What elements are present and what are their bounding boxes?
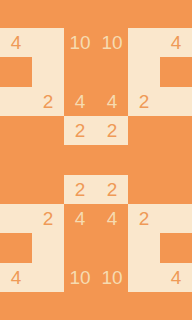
cell-r4-c0[interactable] <box>0 145 32 174</box>
cell-number: 4 <box>75 209 86 228</box>
cell-r5-c5[interactable] <box>160 175 192 204</box>
cell-r8-c4[interactable] <box>128 263 160 292</box>
cell-r6-c1[interactable]: 2 <box>32 204 64 233</box>
cell-number: 10 <box>69 33 90 52</box>
cell-r7-c3[interactable] <box>96 233 128 262</box>
cell-r6-c3[interactable]: 4 <box>96 204 128 233</box>
cell-r5-c1[interactable] <box>32 175 64 204</box>
cell-number: 4 <box>11 268 22 287</box>
cell-r8-c2[interactable]: 10 <box>64 263 96 292</box>
cell-r4-c1[interactable] <box>32 145 64 174</box>
cell-number: 4 <box>171 33 182 52</box>
cell-r6-c5[interactable] <box>160 204 192 233</box>
cell-r8-c5[interactable]: 4 <box>160 263 192 292</box>
cell-r4-c4[interactable] <box>128 145 160 174</box>
cell-r4-c5[interactable] <box>160 145 192 174</box>
cell-r3-c0[interactable] <box>0 116 32 145</box>
cell-r0-c1[interactable] <box>32 28 64 57</box>
cell-r2-c2[interactable]: 4 <box>64 87 96 116</box>
cell-r0-c4[interactable] <box>128 28 160 57</box>
cell-r7-c5[interactable] <box>160 233 192 262</box>
cell-r0-c5[interactable]: 4 <box>160 28 192 57</box>
cell-r0-c3[interactable]: 10 <box>96 28 128 57</box>
cell-number: 4 <box>107 209 118 228</box>
cell-r3-c1[interactable] <box>32 116 64 145</box>
cell-number: 2 <box>139 92 150 111</box>
cell-number: 4 <box>107 92 118 111</box>
cell-r8-c3[interactable]: 10 <box>96 263 128 292</box>
cell-r1-c4[interactable] <box>128 57 160 86</box>
cell-number: 10 <box>101 33 122 52</box>
cell-r3-c5[interactable] <box>160 116 192 145</box>
cell-number: 2 <box>43 92 54 111</box>
cell-number: 4 <box>11 33 22 52</box>
cell-r1-c0[interactable] <box>0 57 32 86</box>
cell-number: 2 <box>43 209 54 228</box>
cell-r7-c0[interactable] <box>0 233 32 262</box>
cell-r2-c5[interactable] <box>160 87 192 116</box>
cell-r5-c3[interactable]: 2 <box>96 175 128 204</box>
cell-number: 2 <box>75 121 86 140</box>
cell-r5-c0[interactable] <box>0 175 32 204</box>
cell-r5-c2[interactable]: 2 <box>64 175 96 204</box>
cell-r5-c4[interactable] <box>128 175 160 204</box>
cell-number: 2 <box>107 180 118 199</box>
cell-r7-c2[interactable] <box>64 233 96 262</box>
cell-r4-c3[interactable] <box>96 145 128 174</box>
cell-r2-c3[interactable]: 4 <box>96 87 128 116</box>
cell-number: 2 <box>139 209 150 228</box>
cell-number: 4 <box>75 92 86 111</box>
cell-number: 4 <box>171 268 182 287</box>
cell-r6-c4[interactable]: 2 <box>128 204 160 233</box>
cell-r2-c4[interactable]: 2 <box>128 87 160 116</box>
cell-r1-c5[interactable] <box>160 57 192 86</box>
cell-r3-c4[interactable] <box>128 116 160 145</box>
cell-r4-c2[interactable] <box>64 145 96 174</box>
game-screen: 410104244222222442410104 <box>0 0 192 320</box>
cell-r3-c2[interactable]: 2 <box>64 116 96 145</box>
cell-r2-c0[interactable] <box>0 87 32 116</box>
cell-r7-c1[interactable] <box>32 233 64 262</box>
cell-r8-c0[interactable]: 4 <box>0 263 32 292</box>
cell-r0-c2[interactable]: 10 <box>64 28 96 57</box>
cell-r8-c1[interactable] <box>32 263 64 292</box>
cell-r1-c2[interactable] <box>64 57 96 86</box>
cell-r6-c0[interactable] <box>0 204 32 233</box>
cell-r3-c3[interactable]: 2 <box>96 116 128 145</box>
cell-r6-c2[interactable]: 4 <box>64 204 96 233</box>
cell-number: 10 <box>69 268 90 287</box>
cell-number: 2 <box>75 180 86 199</box>
cell-number: 10 <box>101 268 122 287</box>
cell-r0-c0[interactable]: 4 <box>0 28 32 57</box>
cell-r2-c1[interactable]: 2 <box>32 87 64 116</box>
cell-r1-c1[interactable] <box>32 57 64 86</box>
puzzle-board: 410104244222222442410104 <box>0 28 192 292</box>
cell-r7-c4[interactable] <box>128 233 160 262</box>
cell-r1-c3[interactable] <box>96 57 128 86</box>
cell-number: 2 <box>107 121 118 140</box>
